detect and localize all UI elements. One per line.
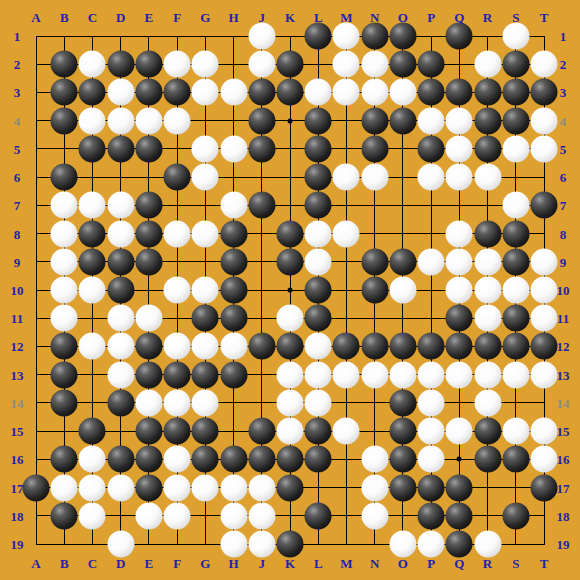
go-board[interactable]: AABBCCDDEEFFGGHHJJKKLLMMNNOOPPQQRRSSTT11… <box>0 0 580 580</box>
white-stone-D3 <box>107 79 134 106</box>
white-stone-D12 <box>107 333 134 360</box>
column-label-top-J: J <box>259 11 266 24</box>
black-stone-D10 <box>107 277 134 304</box>
row-label-left-19: 19 <box>11 538 24 551</box>
black-stone-L18 <box>305 502 332 529</box>
row-label-left-5: 5 <box>14 142 21 155</box>
black-stone-P17 <box>418 474 445 501</box>
white-stone-T9 <box>531 248 558 275</box>
white-stone-P15 <box>418 418 445 445</box>
white-stone-B17 <box>51 474 78 501</box>
black-stone-E15 <box>135 418 162 445</box>
white-stone-J1 <box>248 23 275 50</box>
column-label-bottom-D: D <box>116 557 125 570</box>
black-stone-F13 <box>164 361 191 388</box>
white-stone-M8 <box>333 220 360 247</box>
row-label-right-15: 15 <box>557 425 570 438</box>
black-stone-E17 <box>135 474 162 501</box>
white-stone-S15 <box>502 418 529 445</box>
black-stone-E3 <box>135 79 162 106</box>
white-stone-P14 <box>418 389 445 416</box>
black-stone-C15 <box>79 418 106 445</box>
column-label-top-H: H <box>228 11 238 24</box>
white-stone-N13 <box>361 361 388 388</box>
white-stone-P13 <box>418 361 445 388</box>
row-label-right-17: 17 <box>557 481 570 494</box>
white-stone-K13 <box>277 361 304 388</box>
column-label-bottom-N: N <box>370 557 379 570</box>
black-stone-J12 <box>248 333 275 360</box>
white-stone-F2 <box>164 51 191 78</box>
white-stone-O13 <box>389 361 416 388</box>
white-stone-H3 <box>220 79 247 106</box>
black-stone-B4 <box>51 107 78 134</box>
black-stone-J7 <box>248 192 275 219</box>
black-stone-D16 <box>107 446 134 473</box>
row-label-left-9: 9 <box>14 255 21 268</box>
column-label-bottom-M: M <box>340 557 352 570</box>
black-stone-L6 <box>305 164 332 191</box>
star-point <box>288 288 293 293</box>
row-label-right-10: 10 <box>557 284 570 297</box>
white-stone-E14 <box>135 389 162 416</box>
white-stone-H12 <box>220 333 247 360</box>
white-stone-R2 <box>474 51 501 78</box>
white-stone-G3 <box>192 79 219 106</box>
column-label-bottom-Q: Q <box>454 557 464 570</box>
black-stone-B3 <box>51 79 78 106</box>
white-stone-R6 <box>474 164 501 191</box>
row-label-left-14: 14 <box>11 396 24 409</box>
white-stone-S5 <box>502 135 529 162</box>
black-stone-L7 <box>305 192 332 219</box>
black-stone-O16 <box>389 446 416 473</box>
white-stone-Q10 <box>446 277 473 304</box>
black-stone-E13 <box>135 361 162 388</box>
column-label-bottom-F: F <box>173 557 181 570</box>
black-stone-E16 <box>135 446 162 473</box>
row-label-right-8: 8 <box>560 227 567 240</box>
black-stone-L10 <box>305 277 332 304</box>
column-label-bottom-R: R <box>483 557 492 570</box>
white-stone-O10 <box>389 277 416 304</box>
black-stone-D5 <box>107 135 134 162</box>
row-label-right-3: 3 <box>560 86 567 99</box>
black-stone-G13 <box>192 361 219 388</box>
black-stone-B13 <box>51 361 78 388</box>
black-stone-O9 <box>389 248 416 275</box>
black-stone-N1 <box>361 23 388 50</box>
black-stone-F6 <box>164 164 191 191</box>
white-stone-T11 <box>531 305 558 332</box>
white-stone-P6 <box>418 164 445 191</box>
black-stone-R3 <box>474 79 501 106</box>
white-stone-P9 <box>418 248 445 275</box>
column-label-bottom-P: P <box>427 557 435 570</box>
black-stone-H9 <box>220 248 247 275</box>
white-stone-B10 <box>51 277 78 304</box>
row-label-right-5: 5 <box>560 142 567 155</box>
black-stone-Q11 <box>446 305 473 332</box>
white-stone-R14 <box>474 389 501 416</box>
white-stone-C12 <box>79 333 106 360</box>
black-stone-O1 <box>389 23 416 50</box>
white-stone-J18 <box>248 502 275 529</box>
row-label-right-6: 6 <box>560 171 567 184</box>
white-stone-N6 <box>361 164 388 191</box>
white-stone-G14 <box>192 389 219 416</box>
white-stone-J17 <box>248 474 275 501</box>
row-label-left-18: 18 <box>11 509 24 522</box>
black-stone-F3 <box>164 79 191 106</box>
column-label-top-C: C <box>88 11 97 24</box>
white-stone-T10 <box>531 277 558 304</box>
white-stone-J2 <box>248 51 275 78</box>
black-stone-K2 <box>277 51 304 78</box>
row-label-left-1: 1 <box>14 30 21 43</box>
white-stone-S7 <box>502 192 529 219</box>
row-label-right-1: 1 <box>560 30 567 43</box>
white-stone-M1 <box>333 23 360 50</box>
black-stone-O4 <box>389 107 416 134</box>
black-stone-S2 <box>502 51 529 78</box>
row-label-left-3: 3 <box>14 86 21 99</box>
column-label-bottom-S: S <box>512 557 519 570</box>
white-stone-F18 <box>164 502 191 529</box>
white-stone-K15 <box>277 418 304 445</box>
black-stone-O2 <box>389 51 416 78</box>
black-stone-S9 <box>502 248 529 275</box>
white-stone-Q15 <box>446 418 473 445</box>
white-stone-G6 <box>192 164 219 191</box>
white-stone-B8 <box>51 220 78 247</box>
white-stone-N3 <box>361 79 388 106</box>
black-stone-T7 <box>531 192 558 219</box>
white-stone-H5 <box>220 135 247 162</box>
white-stone-C17 <box>79 474 106 501</box>
row-label-right-19: 19 <box>557 538 570 551</box>
black-stone-P3 <box>418 79 445 106</box>
white-stone-R11 <box>474 305 501 332</box>
black-stone-J15 <box>248 418 275 445</box>
white-stone-H18 <box>220 502 247 529</box>
black-stone-L1 <box>305 23 332 50</box>
black-stone-R15 <box>474 418 501 445</box>
black-stone-J16 <box>248 446 275 473</box>
black-stone-R8 <box>474 220 501 247</box>
black-stone-N9 <box>361 248 388 275</box>
white-stone-T2 <box>531 51 558 78</box>
row-label-right-7: 7 <box>560 199 567 212</box>
row-label-left-7: 7 <box>14 199 21 212</box>
black-stone-Q18 <box>446 502 473 529</box>
white-stone-S1 <box>502 23 529 50</box>
black-stone-O12 <box>389 333 416 360</box>
column-label-top-K: K <box>285 11 295 24</box>
row-label-left-12: 12 <box>11 340 24 353</box>
black-stone-J4 <box>248 107 275 134</box>
white-stone-M3 <box>333 79 360 106</box>
white-stone-R10 <box>474 277 501 304</box>
black-stone-L5 <box>305 135 332 162</box>
white-stone-Q13 <box>446 361 473 388</box>
white-stone-M2 <box>333 51 360 78</box>
column-label-top-D: D <box>116 11 125 24</box>
column-label-bottom-B: B <box>60 557 69 570</box>
black-stone-E5 <box>135 135 162 162</box>
black-stone-N12 <box>361 333 388 360</box>
white-stone-N2 <box>361 51 388 78</box>
white-stone-K14 <box>277 389 304 416</box>
white-stone-D7 <box>107 192 134 219</box>
white-stone-D17 <box>107 474 134 501</box>
white-stone-O3 <box>389 79 416 106</box>
white-stone-M6 <box>333 164 360 191</box>
white-stone-N18 <box>361 502 388 529</box>
black-stone-K19 <box>277 531 304 558</box>
black-stone-C9 <box>79 248 106 275</box>
column-label-bottom-E: E <box>145 557 154 570</box>
white-stone-F8 <box>164 220 191 247</box>
white-stone-Q9 <box>446 248 473 275</box>
row-label-left-10: 10 <box>11 284 24 297</box>
row-label-right-13: 13 <box>557 368 570 381</box>
white-stone-T4 <box>531 107 558 134</box>
row-label-left-6: 6 <box>14 171 21 184</box>
column-label-bottom-T: T <box>540 557 549 570</box>
black-stone-H10 <box>220 277 247 304</box>
black-stone-S3 <box>502 79 529 106</box>
white-stone-C10 <box>79 277 106 304</box>
white-stone-B9 <box>51 248 78 275</box>
white-stone-G8 <box>192 220 219 247</box>
black-stone-E7 <box>135 192 162 219</box>
white-stone-Q6 <box>446 164 473 191</box>
black-stone-D9 <box>107 248 134 275</box>
white-stone-H17 <box>220 474 247 501</box>
black-stone-E9 <box>135 248 162 275</box>
black-stone-S12 <box>502 333 529 360</box>
black-stone-C5 <box>79 135 106 162</box>
white-stone-D4 <box>107 107 134 134</box>
column-label-bottom-C: C <box>88 557 97 570</box>
column-label-top-O: O <box>398 11 408 24</box>
black-stone-N5 <box>361 135 388 162</box>
row-label-right-12: 12 <box>557 340 570 353</box>
white-stone-B7 <box>51 192 78 219</box>
black-stone-Q1 <box>446 23 473 50</box>
white-stone-L9 <box>305 248 332 275</box>
white-stone-L8 <box>305 220 332 247</box>
white-stone-E4 <box>135 107 162 134</box>
white-stone-C16 <box>79 446 106 473</box>
white-stone-Q5 <box>446 135 473 162</box>
white-stone-G2 <box>192 51 219 78</box>
star-point <box>457 457 462 462</box>
column-label-top-B: B <box>60 11 69 24</box>
column-label-top-A: A <box>31 11 40 24</box>
black-stone-J5 <box>248 135 275 162</box>
column-label-top-P: P <box>427 11 435 24</box>
black-stone-Q12 <box>446 333 473 360</box>
column-label-top-L: L <box>314 11 323 24</box>
white-stone-S13 <box>502 361 529 388</box>
black-stone-K12 <box>277 333 304 360</box>
black-stone-S16 <box>502 446 529 473</box>
black-stone-O14 <box>389 389 416 416</box>
column-label-top-R: R <box>483 11 492 24</box>
black-stone-D2 <box>107 51 134 78</box>
black-stone-L16 <box>305 446 332 473</box>
grid-line-vertical <box>346 36 347 545</box>
black-stone-C3 <box>79 79 106 106</box>
white-stone-G17 <box>192 474 219 501</box>
column-label-bottom-J: J <box>259 557 266 570</box>
black-stone-F15 <box>164 418 191 445</box>
column-label-top-G: G <box>200 11 210 24</box>
white-stone-H19 <box>220 531 247 558</box>
black-stone-R4 <box>474 107 501 134</box>
black-stone-L4 <box>305 107 332 134</box>
white-stone-T5 <box>531 135 558 162</box>
row-label-left-4: 4 <box>14 114 21 127</box>
star-point <box>288 118 293 123</box>
black-stone-K16 <box>277 446 304 473</box>
white-stone-E11 <box>135 305 162 332</box>
white-stone-R13 <box>474 361 501 388</box>
black-stone-K9 <box>277 248 304 275</box>
black-stone-Q19 <box>446 531 473 558</box>
column-label-bottom-A: A <box>31 557 40 570</box>
black-stone-C8 <box>79 220 106 247</box>
black-stone-B2 <box>51 51 78 78</box>
column-label-top-M: M <box>340 11 352 24</box>
white-stone-F4 <box>164 107 191 134</box>
row-label-left-11: 11 <box>11 312 23 325</box>
white-stone-M15 <box>333 418 360 445</box>
white-stone-P4 <box>418 107 445 134</box>
black-stone-L11 <box>305 305 332 332</box>
white-stone-F10 <box>164 277 191 304</box>
white-stone-Q4 <box>446 107 473 134</box>
white-stone-F12 <box>164 333 191 360</box>
black-stone-G11 <box>192 305 219 332</box>
white-stone-F17 <box>164 474 191 501</box>
black-stone-E12 <box>135 333 162 360</box>
column-label-top-S: S <box>512 11 519 24</box>
black-stone-B6 <box>51 164 78 191</box>
white-stone-D11 <box>107 305 134 332</box>
row-label-right-18: 18 <box>557 509 570 522</box>
black-stone-L15 <box>305 418 332 445</box>
column-label-top-T: T <box>540 11 549 24</box>
black-stone-S18 <box>502 502 529 529</box>
black-stone-A17 <box>23 474 50 501</box>
white-stone-R19 <box>474 531 501 558</box>
black-stone-N4 <box>361 107 388 134</box>
white-stone-P19 <box>418 531 445 558</box>
black-stone-E8 <box>135 220 162 247</box>
white-stone-R9 <box>474 248 501 275</box>
black-stone-R5 <box>474 135 501 162</box>
column-label-top-Q: Q <box>454 11 464 24</box>
white-stone-S10 <box>502 277 529 304</box>
black-stone-R16 <box>474 446 501 473</box>
black-stone-Q17 <box>446 474 473 501</box>
column-label-top-F: F <box>173 11 181 24</box>
black-stone-T3 <box>531 79 558 106</box>
black-stone-P5 <box>418 135 445 162</box>
black-stone-K8 <box>277 220 304 247</box>
row-label-right-9: 9 <box>560 255 567 268</box>
black-stone-S4 <box>502 107 529 134</box>
white-stone-J19 <box>248 531 275 558</box>
row-label-right-14: 14 <box>557 396 570 409</box>
black-stone-H13 <box>220 361 247 388</box>
black-stone-K3 <box>277 79 304 106</box>
row-label-right-11: 11 <box>557 312 569 325</box>
white-stone-D19 <box>107 531 134 558</box>
column-label-bottom-O: O <box>398 557 408 570</box>
row-label-left-8: 8 <box>14 227 21 240</box>
black-stone-H11 <box>220 305 247 332</box>
black-stone-P18 <box>418 502 445 529</box>
black-stone-M12 <box>333 333 360 360</box>
white-stone-D13 <box>107 361 134 388</box>
black-stone-H8 <box>220 220 247 247</box>
white-stone-G10 <box>192 277 219 304</box>
row-label-left-17: 17 <box>11 481 24 494</box>
white-stone-Q8 <box>446 220 473 247</box>
white-stone-O19 <box>389 531 416 558</box>
row-label-left-16: 16 <box>11 453 24 466</box>
white-stone-M13 <box>333 361 360 388</box>
black-stone-E2 <box>135 51 162 78</box>
black-stone-H16 <box>220 446 247 473</box>
white-stone-N16 <box>361 446 388 473</box>
row-label-right-4: 4 <box>560 114 567 127</box>
white-stone-C2 <box>79 51 106 78</box>
black-stone-P12 <box>418 333 445 360</box>
row-label-left-2: 2 <box>14 58 21 71</box>
white-stone-G5 <box>192 135 219 162</box>
black-stone-N10 <box>361 277 388 304</box>
white-stone-F14 <box>164 389 191 416</box>
black-stone-B16 <box>51 446 78 473</box>
row-label-right-16: 16 <box>557 453 570 466</box>
white-stone-H7 <box>220 192 247 219</box>
black-stone-B14 <box>51 389 78 416</box>
black-stone-K17 <box>277 474 304 501</box>
white-stone-T15 <box>531 418 558 445</box>
column-label-top-N: N <box>370 11 379 24</box>
white-stone-E18 <box>135 502 162 529</box>
black-stone-Q3 <box>446 79 473 106</box>
column-label-top-E: E <box>145 11 154 24</box>
column-label-bottom-L: L <box>314 557 323 570</box>
black-stone-B18 <box>51 502 78 529</box>
black-stone-R12 <box>474 333 501 360</box>
white-stone-N17 <box>361 474 388 501</box>
black-stone-S11 <box>502 305 529 332</box>
white-stone-F16 <box>164 446 191 473</box>
black-stone-G16 <box>192 446 219 473</box>
black-stone-O17 <box>389 474 416 501</box>
row-label-right-2: 2 <box>560 58 567 71</box>
white-stone-C4 <box>79 107 106 134</box>
white-stone-T13 <box>531 361 558 388</box>
black-stone-B12 <box>51 333 78 360</box>
